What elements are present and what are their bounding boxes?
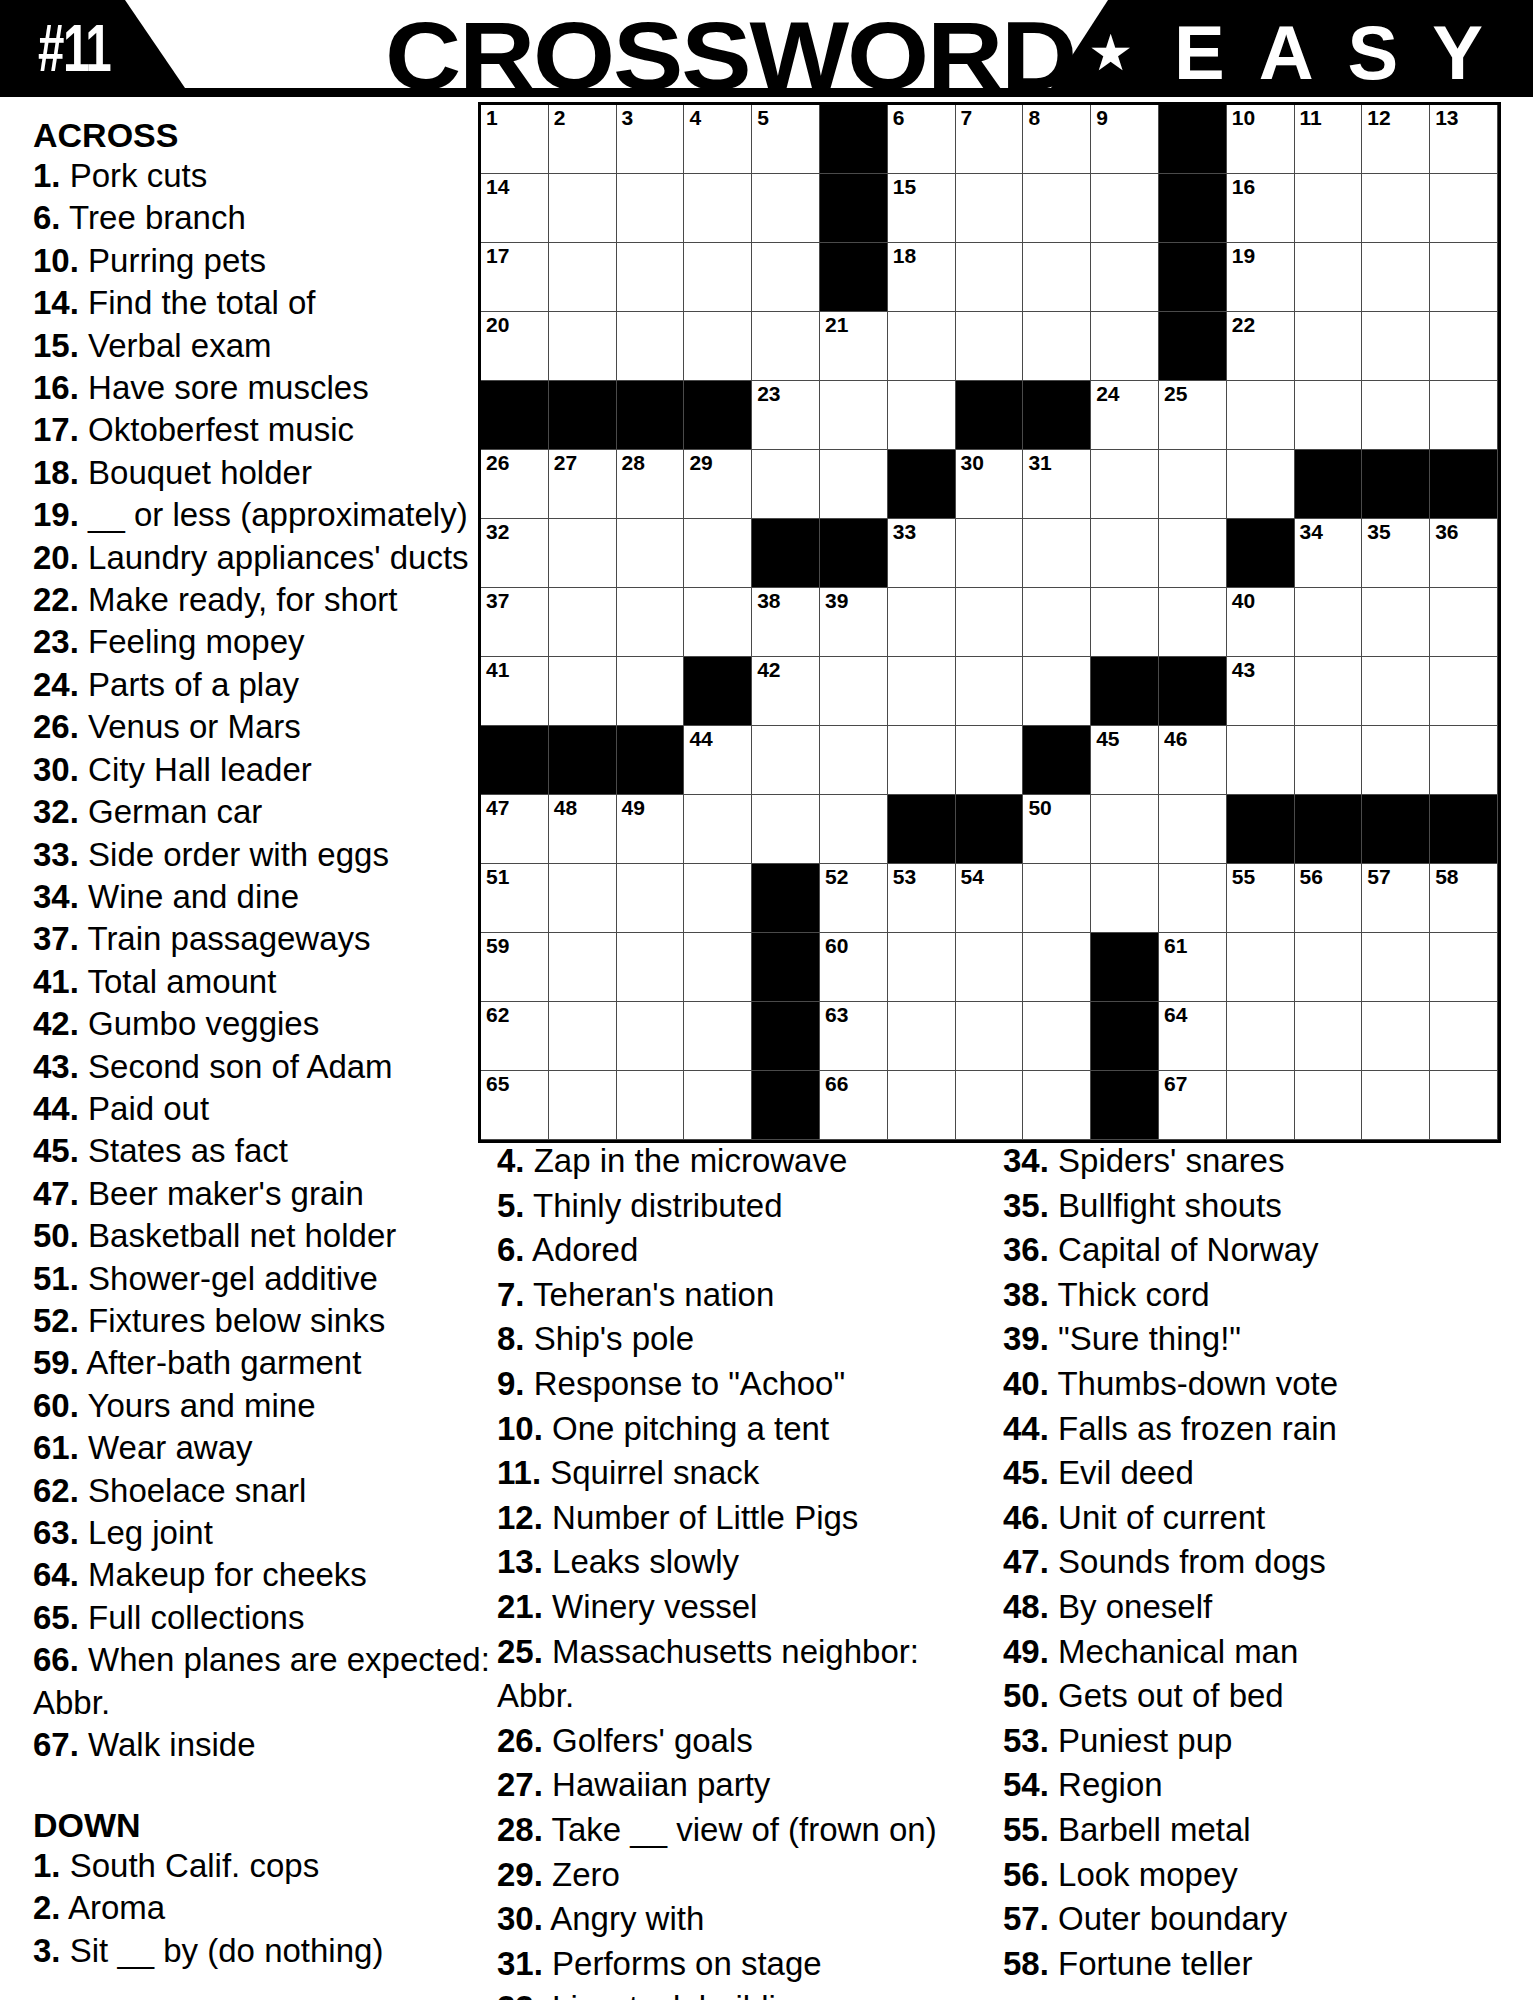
- grid-cell[interactable]: 30: [956, 450, 1024, 519]
- grid-cell[interactable]: 15: [888, 174, 956, 243]
- clue-item: 6. Adored: [497, 1228, 1002, 1273]
- clue-item: 48. By oneself: [1003, 1585, 1531, 1630]
- grid-cell[interactable]: 29: [684, 450, 752, 519]
- grid-cell[interactable]: 3: [617, 105, 685, 174]
- grid-cell[interactable]: 66: [820, 1071, 888, 1140]
- clue-item: 24. Parts of a play: [33, 664, 491, 706]
- grid-cell[interactable]: [617, 588, 685, 657]
- clue-item: 46. Unit of current: [1003, 1496, 1531, 1541]
- grid-cell[interactable]: [1091, 588, 1159, 657]
- grid-cell[interactable]: 42: [752, 657, 820, 726]
- grid-cell[interactable]: [1227, 381, 1295, 450]
- clue-item: 2. Aroma: [33, 1887, 491, 1929]
- grid-cell[interactable]: 41: [481, 657, 549, 726]
- grid-cell[interactable]: [888, 312, 956, 381]
- grid-cell[interactable]: 67: [1159, 1071, 1227, 1140]
- clue-item: 44. Paid out: [33, 1088, 491, 1130]
- grid-cell[interactable]: 60: [820, 933, 888, 1002]
- cell-number: 48: [554, 796, 577, 820]
- black-cell: [1023, 726, 1091, 795]
- grid-cell[interactable]: [1430, 726, 1498, 795]
- cell-number: 42: [757, 658, 780, 682]
- clue-item: 32. German car: [33, 791, 491, 833]
- grid-cell[interactable]: [684, 312, 752, 381]
- grid-cell[interactable]: [1362, 174, 1430, 243]
- grid-cell[interactable]: 34: [1295, 519, 1363, 588]
- black-cell: [1091, 933, 1159, 1002]
- grid-cell[interactable]: 22: [1227, 312, 1295, 381]
- clue-item: 7. Teheran's nation: [497, 1273, 1002, 1318]
- grid-cell[interactable]: [888, 657, 956, 726]
- grid-cell[interactable]: 25: [1159, 381, 1227, 450]
- grid-cell[interactable]: 33: [888, 519, 956, 588]
- black-cell: [1159, 243, 1227, 312]
- grid-cell[interactable]: [1023, 588, 1091, 657]
- grid-cell[interactable]: 64: [1159, 1002, 1227, 1071]
- black-cell: [549, 381, 617, 450]
- black-cell: [956, 795, 1024, 864]
- grid-cell[interactable]: [1023, 933, 1091, 1002]
- grid-cell[interactable]: [684, 588, 752, 657]
- grid-cell[interactable]: [1091, 243, 1159, 312]
- grid-cell[interactable]: [1362, 933, 1430, 1002]
- cell-number: 36: [1435, 520, 1458, 544]
- grid-cell[interactable]: [617, 933, 685, 1002]
- grid-cell[interactable]: 24: [1091, 381, 1159, 450]
- clue-item: 26. Golfers' goals: [497, 1719, 1002, 1764]
- grid-cell[interactable]: [1430, 243, 1498, 312]
- grid-cell[interactable]: [1430, 1071, 1498, 1140]
- black-cell: [820, 174, 888, 243]
- grid-cell[interactable]: [820, 450, 888, 519]
- grid-cell[interactable]: 52: [820, 864, 888, 933]
- grid-cell[interactable]: [1159, 864, 1227, 933]
- grid-cell[interactable]: [1023, 312, 1091, 381]
- grid-cell[interactable]: [1227, 1002, 1295, 1071]
- grid-cell[interactable]: [1430, 657, 1498, 726]
- grid-cell[interactable]: 20: [481, 312, 549, 381]
- down-clue-list-middle: 4. Zap in the microwave5. Thinly distrib…: [497, 1139, 1002, 2000]
- cell-number: 19: [1232, 244, 1255, 268]
- cell-number: 49: [622, 796, 645, 820]
- black-cell: [1430, 450, 1498, 519]
- cell-number: 58: [1435, 865, 1458, 889]
- grid-cell[interactable]: [1295, 243, 1363, 312]
- grid-cell[interactable]: [1295, 312, 1363, 381]
- grid-cell[interactable]: 13: [1430, 105, 1498, 174]
- grid-cell[interactable]: 26: [481, 450, 549, 519]
- black-cell: [956, 381, 1024, 450]
- cell-number: 56: [1300, 865, 1323, 889]
- clue-item: 25. Massachusetts neighbor: Abbr.: [497, 1630, 1002, 1719]
- clue-item: 34. Spiders' snares: [1003, 1139, 1531, 1184]
- grid-cell[interactable]: [684, 174, 752, 243]
- cell-number: 64: [1164, 1003, 1187, 1027]
- clue-item: 5. Thinly distributed: [497, 1184, 1002, 1229]
- grid-cell[interactable]: [1362, 1002, 1430, 1071]
- clue-item: 55. Barbell metal: [1003, 1808, 1531, 1853]
- black-cell: [1159, 312, 1227, 381]
- grid-cell[interactable]: 2: [549, 105, 617, 174]
- grid-cell[interactable]: [1023, 864, 1091, 933]
- grid-cell[interactable]: [1091, 450, 1159, 519]
- cell-number: 3: [622, 106, 634, 130]
- grid-cell[interactable]: [956, 174, 1024, 243]
- black-cell: [752, 1002, 820, 1071]
- cell-number: 63: [825, 1003, 848, 1027]
- grid-cell[interactable]: 7: [956, 105, 1024, 174]
- grid-cell[interactable]: 61: [1159, 933, 1227, 1002]
- black-cell: [820, 105, 888, 174]
- grid-cell[interactable]: 47: [481, 795, 549, 864]
- grid-cell[interactable]: 48: [549, 795, 617, 864]
- grid-cell[interactable]: [1430, 933, 1498, 1002]
- grid-cell[interactable]: [1430, 381, 1498, 450]
- grid-cell[interactable]: [617, 519, 685, 588]
- clue-item: 58. Fortune teller: [1003, 1942, 1531, 1987]
- cell-number: 35: [1367, 520, 1390, 544]
- grid-cell[interactable]: 58: [1430, 864, 1498, 933]
- cell-number: 60: [825, 934, 848, 958]
- cell-number: 22: [1232, 313, 1255, 337]
- grid-cell[interactable]: 31: [1023, 450, 1091, 519]
- clue-item: 23. Feeling mopey: [33, 621, 491, 663]
- grid-cell[interactable]: 5: [752, 105, 820, 174]
- grid-cell[interactable]: [1227, 726, 1295, 795]
- across-clue-list: 1. Pork cuts6. Tree branch10. Purring pe…: [33, 155, 491, 1766]
- clue-item: 28. Take __ view of (frown on): [497, 1808, 1002, 1853]
- grid-cell[interactable]: [549, 174, 617, 243]
- grid-cell[interactable]: [752, 450, 820, 519]
- grid-cell[interactable]: 35: [1362, 519, 1430, 588]
- clue-item: 30. Angry with: [497, 1897, 1002, 1942]
- grid-cell[interactable]: [1362, 1071, 1430, 1140]
- cell-number: 54: [961, 865, 984, 889]
- cell-number: 21: [825, 313, 848, 337]
- grid-cell[interactable]: [1295, 588, 1363, 657]
- grid-cell[interactable]: [1023, 519, 1091, 588]
- grid-cell[interactable]: [1430, 1002, 1498, 1071]
- grid-cell[interactable]: 18: [888, 243, 956, 312]
- clue-item: 33. Side order with eggs: [33, 834, 491, 876]
- grid-cell[interactable]: [956, 519, 1024, 588]
- grid-cell[interactable]: [1023, 1002, 1091, 1071]
- grid-cell[interactable]: 28: [617, 450, 685, 519]
- clue-item: 31. Performs on stage: [497, 1942, 1002, 1987]
- grid-cell[interactable]: [684, 519, 752, 588]
- black-cell: [1159, 657, 1227, 726]
- grid-cell[interactable]: [1295, 933, 1363, 1002]
- grid-cell[interactable]: [1362, 312, 1430, 381]
- grid-cell[interactable]: [1227, 933, 1295, 1002]
- grid-cell[interactable]: [820, 726, 888, 795]
- grid-cell[interactable]: [617, 243, 685, 312]
- grid-cell[interactable]: 54: [956, 864, 1024, 933]
- grid-cell[interactable]: 32: [481, 519, 549, 588]
- grid-cell[interactable]: [549, 519, 617, 588]
- clue-item: 33. Livestock building: [497, 1986, 1002, 2000]
- clue-item: 61. Wear away: [33, 1427, 491, 1469]
- grid-cell[interactable]: [888, 726, 956, 795]
- down-header: DOWN: [33, 1806, 491, 1845]
- clue-item: 1. Pork cuts: [33, 155, 491, 197]
- grid-cell[interactable]: [549, 312, 617, 381]
- grid-cell[interactable]: [752, 243, 820, 312]
- grid-cell[interactable]: 57: [1362, 864, 1430, 933]
- grid-cell[interactable]: [1091, 795, 1159, 864]
- black-cell: [1023, 381, 1091, 450]
- clue-item: 27. Hawaiian party: [497, 1763, 1002, 1808]
- grid-cell[interactable]: [888, 381, 956, 450]
- grid-cell[interactable]: 62: [481, 1002, 549, 1071]
- grid-cell[interactable]: 19: [1227, 243, 1295, 312]
- cell-number: 15: [893, 175, 916, 199]
- grid-cell[interactable]: 53: [888, 864, 956, 933]
- grid-cell[interactable]: 63: [820, 1002, 888, 1071]
- grid-cell[interactable]: [684, 1071, 752, 1140]
- clue-item: 41. Total amount: [33, 961, 491, 1003]
- grid-cell[interactable]: 1: [481, 105, 549, 174]
- clue-item: 18. Bouquet holder: [33, 452, 491, 494]
- cell-number: 55: [1232, 865, 1255, 889]
- black-cell: [684, 657, 752, 726]
- clue-item: 29. Zero: [497, 1853, 1002, 1898]
- grid-cell[interactable]: [1430, 312, 1498, 381]
- grid-cell[interactable]: [956, 1002, 1024, 1071]
- clue-item: 16. Have sore muscles: [33, 367, 491, 409]
- black-cell: [1430, 795, 1498, 864]
- grid-cell[interactable]: 37: [481, 588, 549, 657]
- black-cell: [888, 795, 956, 864]
- clue-item: 40. Thumbs-down vote: [1003, 1362, 1531, 1407]
- cell-number: 10: [1232, 106, 1255, 130]
- banner: #11 CROSSWORD ★ EASY: [0, 0, 1533, 97]
- black-cell: [1295, 450, 1363, 519]
- grid-cell[interactable]: 65: [481, 1071, 549, 1140]
- clue-item: 66. When planes are expected: Abbr.: [33, 1639, 491, 1724]
- clue-item: 50. Gets out of bed: [1003, 1674, 1531, 1719]
- grid-cell[interactable]: 10: [1227, 105, 1295, 174]
- grid-cell[interactable]: [956, 312, 1024, 381]
- grid-cell[interactable]: [684, 933, 752, 1002]
- clue-item: 60. Yours and mine: [33, 1385, 491, 1427]
- clue-item: 52. Fixtures below sinks: [33, 1300, 491, 1342]
- grid-cell[interactable]: 9: [1091, 105, 1159, 174]
- grid-cell[interactable]: [684, 864, 752, 933]
- grid-cell[interactable]: 56: [1295, 864, 1363, 933]
- grid-cell[interactable]: [1023, 243, 1091, 312]
- grid-cell[interactable]: 12: [1362, 105, 1430, 174]
- grid-cell[interactable]: [1295, 1002, 1363, 1071]
- grid-cell[interactable]: 55: [1227, 864, 1295, 933]
- cell-number: 38: [757, 589, 780, 613]
- grid-cell[interactable]: [888, 1071, 956, 1140]
- grid-cell[interactable]: [1295, 381, 1363, 450]
- clue-item: 21. Winery vessel: [497, 1585, 1002, 1630]
- grid-cell[interactable]: [549, 1002, 617, 1071]
- clue-item: 13. Leaks slowly: [497, 1540, 1002, 1585]
- grid-cell[interactable]: [1023, 174, 1091, 243]
- grid-cell[interactable]: [956, 243, 1024, 312]
- across-section: ACROSS 1. Pork cuts6. Tree branch10. Pur…: [33, 116, 491, 1766]
- grid-cell[interactable]: [1362, 726, 1430, 795]
- grid-cell[interactable]: [752, 312, 820, 381]
- grid-cell[interactable]: [1295, 657, 1363, 726]
- clue-item: 14. Find the total of: [33, 282, 491, 324]
- grid-cell[interactable]: 36: [1430, 519, 1498, 588]
- grid-cell[interactable]: [956, 1071, 1024, 1140]
- grid-cell[interactable]: 27: [549, 450, 617, 519]
- clue-item: 65. Full collections: [33, 1597, 491, 1639]
- grid-cell[interactable]: 50: [1023, 795, 1091, 864]
- grid-cell[interactable]: [1091, 174, 1159, 243]
- grid-cell[interactable]: [617, 174, 685, 243]
- grid-cell[interactable]: [549, 657, 617, 726]
- grid-cell[interactable]: [820, 381, 888, 450]
- grid-cell[interactable]: [617, 1071, 685, 1140]
- grid-cell[interactable]: [888, 1002, 956, 1071]
- down-clue-list-left: 1. South Calif. cops2. Aroma3. Sit __ by…: [33, 1845, 491, 1972]
- clue-item: 35. Bullfight shouts: [1003, 1184, 1531, 1229]
- grid-cell[interactable]: [820, 795, 888, 864]
- grid-cell[interactable]: [1430, 588, 1498, 657]
- grid-cell[interactable]: [1159, 588, 1227, 657]
- grid-cell[interactable]: [1091, 312, 1159, 381]
- grid-cell[interactable]: [1362, 588, 1430, 657]
- cell-number: 27: [554, 451, 577, 475]
- grid-cell[interactable]: [752, 795, 820, 864]
- black-cell: [481, 381, 549, 450]
- grid-cell[interactable]: [617, 1002, 685, 1071]
- grid-cell[interactable]: [549, 933, 617, 1002]
- grid-cell[interactable]: [1295, 726, 1363, 795]
- grid-cell[interactable]: [1295, 174, 1363, 243]
- grid-cell[interactable]: 45: [1091, 726, 1159, 795]
- clue-item: 4. Zap in the microwave: [497, 1139, 1002, 1184]
- grid-cell[interactable]: 59: [481, 933, 549, 1002]
- puzzle-number: #11: [38, 10, 110, 86]
- black-cell: [888, 450, 956, 519]
- grid-cell[interactable]: 21: [820, 312, 888, 381]
- grid-cell[interactable]: [684, 795, 752, 864]
- clue-item: 49. Mechanical man: [1003, 1630, 1531, 1675]
- grid-cell[interactable]: [1362, 657, 1430, 726]
- grid-cell[interactable]: [820, 657, 888, 726]
- cell-number: 8: [1028, 106, 1040, 130]
- grid-cell[interactable]: [1159, 795, 1227, 864]
- grid-cell[interactable]: 38: [752, 588, 820, 657]
- grid-cell[interactable]: [684, 243, 752, 312]
- grid-cell[interactable]: [888, 588, 956, 657]
- black-cell: [617, 726, 685, 795]
- black-cell: [752, 864, 820, 933]
- grid-cell[interactable]: [549, 588, 617, 657]
- grid-cell[interactable]: [1430, 174, 1498, 243]
- grid-cell[interactable]: 8: [1023, 105, 1091, 174]
- grid-cell[interactable]: [617, 657, 685, 726]
- black-cell: [481, 726, 549, 795]
- cell-number: 44: [689, 727, 712, 751]
- grid-cell[interactable]: 6: [888, 105, 956, 174]
- clue-item: 3. Sit __ by (do nothing): [33, 1930, 491, 1972]
- grid-cell[interactable]: [549, 864, 617, 933]
- grid-cell[interactable]: [1023, 1071, 1091, 1140]
- clue-item: 47. Beer maker's grain: [33, 1173, 491, 1215]
- grid-cell[interactable]: [1159, 450, 1227, 519]
- grid-cell[interactable]: [1227, 1071, 1295, 1140]
- grid-cell[interactable]: [617, 312, 685, 381]
- grid-cell[interactable]: [549, 243, 617, 312]
- grid-cell[interactable]: [549, 1071, 617, 1140]
- grid-cell[interactable]: [752, 726, 820, 795]
- grid-cell[interactable]: 49: [617, 795, 685, 864]
- grid-cell[interactable]: 16: [1227, 174, 1295, 243]
- clue-item: 42. Gumbo veggies: [33, 1003, 491, 1045]
- grid-cell[interactable]: 4: [684, 105, 752, 174]
- clue-item: 67. Walk inside: [33, 1724, 491, 1766]
- grid-cell[interactable]: [956, 933, 1024, 1002]
- cell-number: 12: [1367, 106, 1390, 130]
- grid-cell[interactable]: [617, 864, 685, 933]
- grid-cell[interactable]: 43: [1227, 657, 1295, 726]
- grid-cell[interactable]: [956, 657, 1024, 726]
- cell-number: 53: [893, 865, 916, 889]
- clue-item: 11. Squirrel snack: [497, 1451, 1002, 1496]
- grid-cell[interactable]: [1295, 1071, 1363, 1140]
- star-icon: ★: [1088, 24, 1133, 82]
- grid-cell[interactable]: 46: [1159, 726, 1227, 795]
- grid-cell[interactable]: [956, 726, 1024, 795]
- grid-cell[interactable]: 17: [481, 243, 549, 312]
- grid-cell[interactable]: 11: [1295, 105, 1363, 174]
- difficulty-badge: EASY: [1174, 9, 1517, 96]
- grid-cell[interactable]: [1362, 243, 1430, 312]
- black-cell: [1091, 657, 1159, 726]
- grid-cell[interactable]: 40: [1227, 588, 1295, 657]
- grid-cell[interactable]: 14: [481, 174, 549, 243]
- clue-item: 12. Number of Little Pigs: [497, 1496, 1002, 1541]
- grid-cell[interactable]: 23: [752, 381, 820, 450]
- clue-item: 34. Wine and dine: [33, 876, 491, 918]
- grid-cell[interactable]: 51: [481, 864, 549, 933]
- cell-number: 50: [1028, 796, 1051, 820]
- down-section: DOWN 1. South Calif. cops2. Aroma3. Sit …: [33, 1806, 491, 1972]
- grid-cell[interactable]: [888, 933, 956, 1002]
- cell-number: 11: [1300, 106, 1322, 130]
- grid-cell[interactable]: [1362, 381, 1430, 450]
- black-cell: [549, 726, 617, 795]
- grid-cell[interactable]: [684, 1002, 752, 1071]
- clue-item: 64. Makeup for cheeks: [33, 1554, 491, 1596]
- black-cell: [820, 519, 888, 588]
- grid-cell[interactable]: [1227, 450, 1295, 519]
- cell-number: 5: [757, 106, 769, 130]
- cell-number: 13: [1435, 106, 1458, 130]
- grid-cell[interactable]: 44: [684, 726, 752, 795]
- clue-item: 51. Shower-gel additive: [33, 1258, 491, 1300]
- clue-item: 62. Shoelace snarl: [33, 1470, 491, 1512]
- grid-cell[interactable]: [1091, 519, 1159, 588]
- grid-cell[interactable]: 39: [820, 588, 888, 657]
- cell-number: 39: [825, 589, 848, 613]
- grid-cell[interactable]: [1159, 519, 1227, 588]
- clue-item: 6. Tree branch: [33, 197, 491, 239]
- black-cell: [752, 1071, 820, 1140]
- grid-cell[interactable]: [1091, 864, 1159, 933]
- grid-cell[interactable]: [1023, 657, 1091, 726]
- grid-cell[interactable]: [752, 174, 820, 243]
- grid-cell[interactable]: [956, 588, 1024, 657]
